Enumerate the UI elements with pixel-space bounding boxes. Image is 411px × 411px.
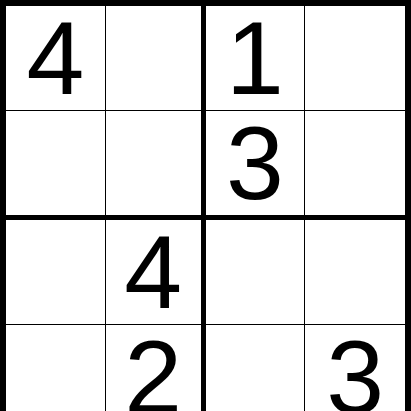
- cell-r3c1[interactable]: [6, 220, 106, 325]
- cell-r2c4[interactable]: [305, 111, 405, 220]
- cell-r2c1[interactable]: [6, 111, 106, 220]
- sudoku-board: 4 1 3 4 2 3: [0, 0, 411, 411]
- cell-r2c3-given: 3: [206, 111, 306, 220]
- cell-r1c4[interactable]: [305, 6, 405, 111]
- cell-r4c1[interactable]: [6, 325, 106, 411]
- cell-r4c3[interactable]: [206, 325, 306, 411]
- cell-r1c1-given: 4: [6, 6, 106, 111]
- cell-r3c2-given: 4: [106, 220, 206, 325]
- cell-r4c2-given: 2: [106, 325, 206, 411]
- cell-r1c2[interactable]: [106, 6, 206, 111]
- cell-r1c3-given: 1: [206, 6, 306, 111]
- cell-r4c4-given: 3: [305, 325, 405, 411]
- cell-r2c2[interactable]: [106, 111, 206, 220]
- cell-r3c4[interactable]: [305, 220, 405, 325]
- cell-r3c3[interactable]: [206, 220, 306, 325]
